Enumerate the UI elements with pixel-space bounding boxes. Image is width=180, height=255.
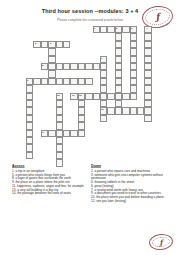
crossword-cell[interactable] [144, 93, 151, 100]
clue-number: 14 [42, 131, 45, 133]
across-clues-section: Across 1. a trip in an aeroplane5. a per… [12, 163, 88, 195]
crossword-cell[interactable] [100, 70, 107, 77]
crossword-cell[interactable] [100, 85, 107, 92]
crossword-cell[interactable] [26, 130, 33, 137]
crossword-cell[interactable] [130, 78, 137, 85]
crossword-cell[interactable] [63, 41, 70, 48]
clue-number: 6 [50, 42, 51, 44]
across-header: Across [12, 163, 88, 168]
clue-item: 3. someone who gets into computer system… [91, 172, 172, 180]
crossword-cell[interactable] [144, 63, 151, 70]
crossword-cell[interactable] [63, 63, 70, 70]
stamp-monogram-icon: ƒ [159, 238, 163, 245]
crossword-cell[interactable] [56, 78, 63, 85]
crossword-cell[interactable] [115, 70, 122, 77]
crossword-cell[interactable] [115, 100, 122, 107]
crossword-cell[interactable] [100, 100, 107, 107]
crossword-cell[interactable] [144, 107, 151, 114]
crossword-cell[interactable] [48, 130, 55, 137]
crossword-cell[interactable] [85, 78, 92, 85]
crossword-cell[interactable] [130, 56, 137, 63]
crossword-cell[interactable] [144, 100, 151, 107]
crossword-cell[interactable] [78, 63, 85, 70]
across-clue-list: 1. a trip in an aeroplane5. a person who… [12, 169, 88, 195]
crossword-cell[interactable] [130, 41, 137, 48]
crossword-cell[interactable] [48, 63, 55, 70]
crossword-cell[interactable] [78, 130, 85, 137]
crossword-cell[interactable]: 8 [41, 63, 48, 70]
crossword-cell[interactable] [122, 26, 129, 33]
crossword-cell[interactable] [48, 56, 55, 63]
crossword-cell[interactable] [130, 107, 137, 114]
crossword-cell[interactable] [78, 100, 85, 107]
crossword-cell[interactable] [26, 122, 33, 129]
down-clues-section: Down 2. a person who repairs cars and ma… [91, 163, 172, 203]
crossword-cell[interactable] [144, 70, 151, 77]
crossword-cell[interactable] [56, 130, 63, 137]
crossword-cell[interactable]: 6 [48, 41, 55, 48]
clue-number: 3 [131, 27, 132, 29]
crossword-cell[interactable] [115, 85, 122, 92]
publisher-stamp-bottom: ƒ [148, 233, 174, 251]
clue-number: 2 [116, 27, 117, 29]
crossword-cell[interactable] [56, 137, 63, 144]
crossword-cell[interactable] [144, 78, 151, 85]
crossword-cell[interactable] [56, 144, 63, 151]
crossword-cell[interactable] [130, 93, 137, 100]
clue-number: 1 [94, 27, 95, 29]
crossword-cell[interactable] [48, 70, 55, 77]
crossword-cell[interactable]: 7 [100, 56, 107, 63]
clue-number: 11 [72, 94, 74, 96]
crossword-cell[interactable] [56, 107, 63, 114]
crossword-cell[interactable] [130, 85, 137, 92]
clue-number: 12 [79, 94, 82, 96]
crossword-cell[interactable] [56, 41, 63, 48]
clue-number: 10 [57, 94, 60, 96]
crossword-cell[interactable] [63, 78, 70, 85]
crossword-cell[interactable] [130, 33, 137, 40]
crossword-cell[interactable] [107, 107, 114, 114]
crossword-cell[interactable] [70, 130, 77, 137]
crossword-cell[interactable] [26, 144, 33, 151]
worksheet-page: Third hour session --modules: 3 + 4 Plea… [0, 0, 180, 255]
crossword-cell[interactable] [26, 152, 33, 159]
crossword-cell[interactable] [93, 63, 100, 70]
crossword-cell[interactable] [144, 41, 151, 48]
crossword-cell[interactable] [115, 63, 122, 70]
crossword-cell[interactable] [78, 107, 85, 114]
crossword-cell[interactable] [26, 107, 33, 114]
crossword-cell[interactable]: 12 [78, 93, 85, 100]
crossword-cell[interactable] [85, 93, 92, 100]
crossword-cell[interactable]: 4 [144, 26, 151, 33]
crossword-cell[interactable] [26, 93, 33, 100]
clue-number: 13 [101, 108, 104, 110]
clue-number: 4 [146, 27, 147, 29]
crossword-cell[interactable] [78, 78, 85, 85]
crossword-cell[interactable] [130, 63, 137, 70]
crossword-cell[interactable] [144, 56, 151, 63]
clue-item: 12. see you later (texting) [91, 199, 172, 203]
crossword-cell[interactable] [63, 130, 70, 137]
crossword-cell[interactable] [137, 107, 144, 114]
clue-number: 9 [27, 79, 28, 81]
crossword-cell[interactable]: 13 [100, 107, 107, 114]
crossword-cell[interactable] [48, 78, 55, 85]
crossword-cell[interactable] [130, 70, 137, 77]
crossword-cell[interactable]: 10 [56, 93, 63, 100]
crossword-cell[interactable] [122, 107, 129, 114]
crossword-cell[interactable] [115, 93, 122, 100]
crossword-cell[interactable] [144, 85, 151, 92]
crossword-cell[interactable] [70, 78, 77, 85]
crossword-cell[interactable]: 3 [130, 26, 137, 33]
crossword-cell[interactable] [93, 93, 100, 100]
crossword-cell[interactable] [26, 100, 33, 107]
crossword-cell[interactable] [115, 107, 122, 114]
crossword-cell[interactable] [107, 93, 114, 100]
crossword-cell[interactable] [100, 63, 107, 70]
crossword-cell[interactable] [144, 48, 151, 55]
crossword-cell[interactable] [26, 115, 33, 122]
crossword-cell[interactable] [100, 26, 107, 33]
crossword-cell[interactable] [56, 115, 63, 122]
crossword-cell[interactable]: 14 [41, 130, 48, 137]
crossword-cell[interactable] [33, 78, 40, 85]
crossword-cell[interactable] [100, 78, 107, 85]
clue-number: 7 [101, 57, 102, 59]
crossword-cell[interactable]: 2 [115, 26, 122, 33]
crossword-cell[interactable] [115, 41, 122, 48]
crossword-cell[interactable]: 9 [26, 78, 33, 85]
crossword-cell[interactable] [26, 137, 33, 144]
down-header: Down [91, 163, 172, 168]
crossword-cell[interactable] [26, 85, 33, 92]
crossword-cell[interactable] [144, 33, 151, 40]
crossword-cell[interactable] [100, 115, 107, 122]
crossword-cell[interactable] [144, 115, 151, 122]
crossword-cell[interactable] [78, 122, 85, 129]
crossword-cell[interactable] [48, 48, 55, 55]
crossword-cell[interactable] [122, 93, 129, 100]
crossword-cell[interactable] [56, 63, 63, 70]
clue-item: 14. the passage between the rows of seat… [12, 191, 88, 195]
crossword-cell[interactable] [115, 33, 122, 40]
crossword-cell[interactable] [85, 63, 92, 70]
down-clue-list: 2. a person who repairs cars and machine… [91, 169, 172, 203]
crossword-cell[interactable] [115, 56, 122, 63]
crossword-cell[interactable] [115, 48, 122, 55]
crossword-cell[interactable]: 1 [93, 26, 100, 33]
clue-number: 8 [42, 64, 43, 66]
clue-number: 5 [35, 42, 36, 44]
crossword-cell[interactable] [78, 115, 85, 122]
crossword-grid: 1234567891011121314 [26, 26, 152, 167]
crossword-cell[interactable]: 11 [70, 93, 77, 100]
crossword-cell[interactable] [56, 100, 63, 107]
crossword-cell[interactable] [56, 122, 63, 129]
crossword-cell[interactable] [41, 78, 48, 85]
crossword-cell[interactable]: 5 [33, 41, 40, 48]
crossword-cell[interactable] [41, 41, 48, 48]
crossword-cell[interactable] [56, 152, 63, 159]
crossword-cell[interactable] [100, 93, 107, 100]
crossword-cell[interactable] [130, 48, 137, 55]
crossword-cell[interactable] [70, 63, 77, 70]
crossword-cell[interactable] [107, 26, 114, 33]
crossword-cell[interactable] [115, 78, 122, 85]
